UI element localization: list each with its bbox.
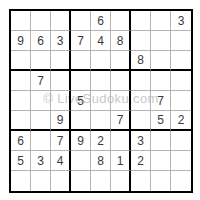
cell-r5c4[interactable]: 5 (71, 91, 91, 111)
cell-r2c4[interactable]: 7 (71, 31, 91, 51)
cell-r3c6[interactable] (111, 51, 131, 71)
cell-r9c3[interactable] (51, 171, 71, 191)
cell-r6c9[interactable]: 2 (171, 111, 191, 131)
cell-r3c5[interactable] (91, 51, 111, 71)
cell-r7c9[interactable] (171, 131, 191, 151)
sudoku-board-container: © LiveSudoku.com 63963748875797526792353… (9, 9, 193, 193)
cell-r6c4[interactable] (71, 111, 91, 131)
cell-r3c7[interactable]: 8 (131, 51, 151, 71)
cell-r5c7[interactable] (131, 91, 151, 111)
cell-r8c1[interactable]: 5 (11, 151, 31, 171)
cell-r1c9[interactable]: 3 (171, 11, 191, 31)
cell-r6c7[interactable] (131, 111, 151, 131)
cell-r6c3[interactable]: 9 (51, 111, 71, 131)
cell-r8c9[interactable] (171, 151, 191, 171)
cell-r4c3[interactable] (51, 71, 71, 91)
cell-r7c8[interactable] (151, 131, 171, 151)
cell-r6c5[interactable] (91, 111, 111, 131)
cell-r4c2[interactable]: 7 (31, 71, 51, 91)
cell-r2c1[interactable]: 9 (11, 31, 31, 51)
cell-r9c8[interactable] (151, 171, 171, 191)
cell-r7c6[interactable] (111, 131, 131, 151)
cell-r3c4[interactable] (71, 51, 91, 71)
cell-r5c1[interactable] (11, 91, 31, 111)
cell-r8c7[interactable]: 2 (131, 151, 151, 171)
cell-r4c6[interactable] (111, 71, 131, 91)
cell-r1c2[interactable] (31, 11, 51, 31)
cell-r5c8[interactable]: 7 (151, 91, 171, 111)
cell-r8c6[interactable]: 1 (111, 151, 131, 171)
cell-r2c6[interactable]: 8 (111, 31, 131, 51)
sudoku-board: © LiveSudoku.com 63963748875797526792353… (9, 9, 193, 193)
cell-r4c9[interactable] (171, 71, 191, 91)
cell-r9c1[interactable] (11, 171, 31, 191)
cell-r5c3[interactable] (51, 91, 71, 111)
cell-r6c6[interactable]: 7 (111, 111, 131, 131)
cell-r3c1[interactable] (11, 51, 31, 71)
cell-r8c8[interactable] (151, 151, 171, 171)
cell-r2c2[interactable]: 6 (31, 31, 51, 51)
cell-r7c3[interactable]: 7 (51, 131, 71, 151)
cell-r6c1[interactable] (11, 111, 31, 131)
cell-r2c7[interactable] (131, 31, 151, 51)
cell-r4c4[interactable] (71, 71, 91, 91)
cell-r7c1[interactable]: 6 (11, 131, 31, 151)
cell-r9c2[interactable] (31, 171, 51, 191)
cell-r5c9[interactable] (171, 91, 191, 111)
cell-r9c5[interactable] (91, 171, 111, 191)
cell-r8c5[interactable]: 8 (91, 151, 111, 171)
cell-r1c5[interactable]: 6 (91, 11, 111, 31)
cell-r7c2[interactable] (31, 131, 51, 151)
cell-r3c2[interactable] (31, 51, 51, 71)
cell-r3c3[interactable] (51, 51, 71, 71)
cell-r2c8[interactable] (151, 31, 171, 51)
cell-r4c1[interactable] (11, 71, 31, 91)
cell-r3c8[interactable] (151, 51, 171, 71)
cell-r6c2[interactable] (31, 111, 51, 131)
cell-r6c8[interactable]: 5 (151, 111, 171, 131)
cell-r2c9[interactable] (171, 31, 191, 51)
cell-r8c3[interactable]: 4 (51, 151, 71, 171)
cell-r1c8[interactable] (151, 11, 171, 31)
cell-r5c5[interactable] (91, 91, 111, 111)
cell-r9c6[interactable] (111, 171, 131, 191)
cell-r5c6[interactable] (111, 91, 131, 111)
cell-r4c7[interactable] (131, 71, 151, 91)
cell-r9c7[interactable] (131, 171, 151, 191)
cell-r5c2[interactable] (31, 91, 51, 111)
cell-r2c5[interactable]: 4 (91, 31, 111, 51)
cell-r3c9[interactable] (171, 51, 191, 71)
cell-r4c5[interactable] (91, 71, 111, 91)
cell-r1c7[interactable] (131, 11, 151, 31)
cell-r4c8[interactable] (151, 71, 171, 91)
cell-r7c4[interactable]: 9 (71, 131, 91, 151)
cell-r1c6[interactable] (111, 11, 131, 31)
cell-r9c4[interactable] (71, 171, 91, 191)
cell-r1c4[interactable] (71, 11, 91, 31)
cell-r2c3[interactable]: 3 (51, 31, 71, 51)
cell-r7c7[interactable]: 3 (131, 131, 151, 151)
cell-r9c9[interactable] (171, 171, 191, 191)
cell-r1c3[interactable] (51, 11, 71, 31)
cell-r8c2[interactable]: 3 (31, 151, 51, 171)
cell-r7c5[interactable]: 2 (91, 131, 111, 151)
cell-r8c4[interactable] (71, 151, 91, 171)
cell-r1c1[interactable] (11, 11, 31, 31)
